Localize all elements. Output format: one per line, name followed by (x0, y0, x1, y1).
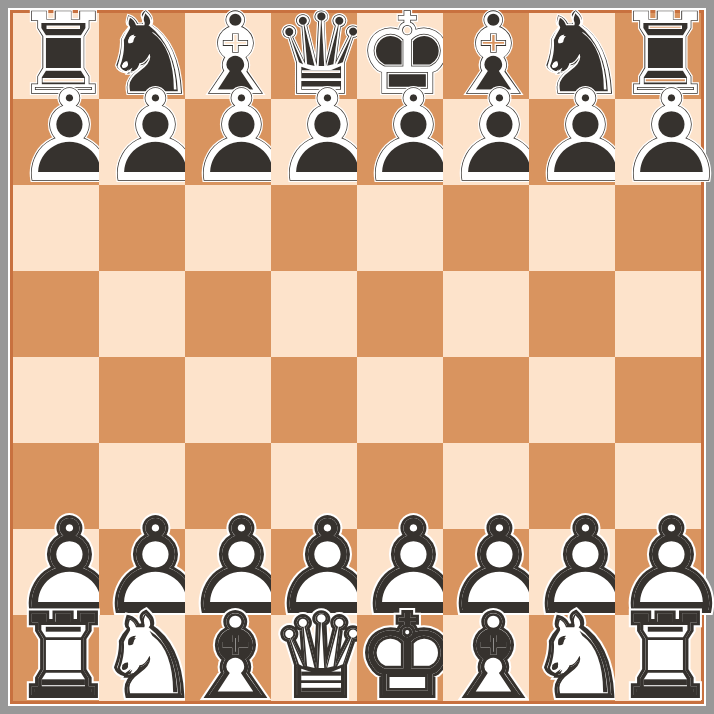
piece-detail-glyph: ♙ (185, 94, 271, 180)
piece-detail-glyph: ♔ (357, 613, 443, 699)
square-b1[interactable]: ♞♞♞♘ (99, 615, 185, 701)
square-c1[interactable]: ♝♝♝♗ (185, 615, 271, 701)
square-c4[interactable] (185, 357, 271, 443)
piece-detail-glyph: ♗ (185, 613, 271, 699)
piece-detail-glyph: ♙ (271, 94, 357, 180)
piece-black-pawn[interactable]: ♟♟♙ (357, 94, 443, 180)
square-d1[interactable]: ♛♛♛♕ (271, 615, 357, 701)
piece-detail-glyph: ♖ (615, 613, 701, 699)
square-f5[interactable] (443, 271, 529, 357)
square-b4[interactable] (99, 357, 185, 443)
square-b5[interactable] (99, 271, 185, 357)
square-h6[interactable] (615, 185, 701, 271)
square-c6[interactable] (185, 185, 271, 271)
square-e5[interactable] (357, 271, 443, 357)
piece-black-pawn[interactable]: ♟♟♙ (529, 94, 615, 180)
piece-white-king[interactable]: ♚♚♚♔ (357, 613, 443, 699)
piece-detail-glyph: ♖ (13, 613, 99, 699)
piece-black-pawn[interactable]: ♟♟♙ (99, 94, 185, 180)
square-e1[interactable]: ♚♚♚♔ (357, 615, 443, 701)
square-d7[interactable]: ♟♟♙ (271, 99, 357, 185)
piece-detail-glyph: ♗ (443, 613, 529, 699)
piece-detail-glyph: ♙ (357, 94, 443, 180)
square-h7[interactable]: ♟♟♙ (615, 99, 701, 185)
board-frame: ♜♜♖♞♞♘♝♝♗♛♛♕♚♚♔♝♝♗♞♞♘♜♜♖♟♟♙♟♟♙♟♟♙♟♟♙♟♟♙♟… (0, 0, 714, 714)
piece-detail-glyph: ♘ (99, 613, 185, 699)
square-e7[interactable]: ♟♟♙ (357, 99, 443, 185)
square-a4[interactable] (13, 357, 99, 443)
board-inner-border: ♜♜♖♞♞♘♝♝♗♛♛♕♚♚♔♝♝♗♞♞♘♜♜♖♟♟♙♟♟♙♟♟♙♟♟♙♟♟♙♟… (10, 10, 704, 704)
square-f6[interactable] (443, 185, 529, 271)
square-a7[interactable]: ♟♟♙ (13, 99, 99, 185)
piece-detail-glyph: ♘ (529, 613, 615, 699)
square-g6[interactable] (529, 185, 615, 271)
square-g7[interactable]: ♟♟♙ (529, 99, 615, 185)
square-d6[interactable] (271, 185, 357, 271)
piece-white-knight[interactable]: ♞♞♞♘ (99, 613, 185, 699)
piece-white-rook[interactable]: ♜♜♜♖ (615, 613, 701, 699)
square-h4[interactable] (615, 357, 701, 443)
piece-detail-glyph: ♕ (271, 613, 357, 699)
square-f4[interactable] (443, 357, 529, 443)
piece-detail-glyph: ♙ (615, 94, 701, 180)
board-frame-gap: ♜♜♖♞♞♘♝♝♗♛♛♕♚♚♔♝♝♗♞♞♘♜♜♖♟♟♙♟♟♙♟♟♙♟♟♙♟♟♙♟… (8, 8, 706, 706)
piece-black-pawn[interactable]: ♟♟♙ (13, 94, 99, 180)
square-b6[interactable] (99, 185, 185, 271)
square-c5[interactable] (185, 271, 271, 357)
square-h1[interactable]: ♜♜♜♖ (615, 615, 701, 701)
square-d4[interactable] (271, 357, 357, 443)
piece-detail-glyph: ♙ (529, 94, 615, 180)
piece-black-pawn[interactable]: ♟♟♙ (443, 94, 529, 180)
square-f1[interactable]: ♝♝♝♗ (443, 615, 529, 701)
square-a6[interactable] (13, 185, 99, 271)
piece-detail-glyph: ♙ (99, 94, 185, 180)
square-d5[interactable] (271, 271, 357, 357)
piece-white-bishop[interactable]: ♝♝♝♗ (443, 613, 529, 699)
square-f7[interactable]: ♟♟♙ (443, 99, 529, 185)
square-g5[interactable] (529, 271, 615, 357)
square-h5[interactable] (615, 271, 701, 357)
piece-detail-glyph: ♙ (13, 94, 99, 180)
piece-detail-glyph: ♙ (443, 94, 529, 180)
piece-white-rook[interactable]: ♜♜♜♖ (13, 613, 99, 699)
square-c7[interactable]: ♟♟♙ (185, 99, 271, 185)
piece-white-queen[interactable]: ♛♛♛♕ (271, 613, 357, 699)
square-a1[interactable]: ♜♜♜♖ (13, 615, 99, 701)
square-e6[interactable] (357, 185, 443, 271)
piece-white-bishop[interactable]: ♝♝♝♗ (185, 613, 271, 699)
piece-white-knight[interactable]: ♞♞♞♘ (529, 613, 615, 699)
square-e4[interactable] (357, 357, 443, 443)
chess-board: ♜♜♖♞♞♘♝♝♗♛♛♕♚♚♔♝♝♗♞♞♘♜♜♖♟♟♙♟♟♙♟♟♙♟♟♙♟♟♙♟… (13, 13, 701, 701)
square-a5[interactable] (13, 271, 99, 357)
piece-black-pawn[interactable]: ♟♟♙ (271, 94, 357, 180)
piece-black-pawn[interactable]: ♟♟♙ (185, 94, 271, 180)
piece-black-pawn[interactable]: ♟♟♙ (615, 94, 701, 180)
square-g4[interactable] (529, 357, 615, 443)
square-g1[interactable]: ♞♞♞♘ (529, 615, 615, 701)
square-b7[interactable]: ♟♟♙ (99, 99, 185, 185)
